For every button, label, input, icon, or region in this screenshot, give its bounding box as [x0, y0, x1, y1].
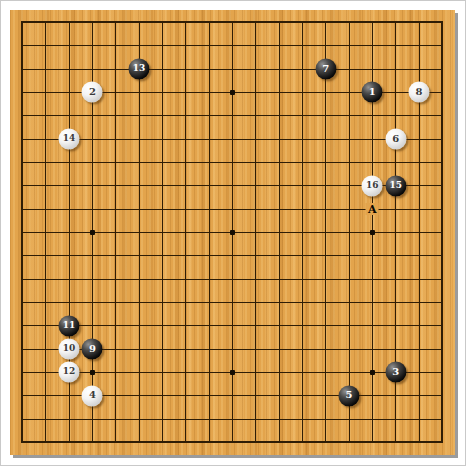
grid-line-vertical	[279, 21, 280, 443]
hoshi-point	[230, 90, 235, 95]
move-number: 16	[366, 181, 379, 190]
stone-black-7-o17: 7	[315, 59, 336, 80]
move-number: 7	[322, 64, 329, 74]
stone-black-1-q16: 1	[362, 82, 383, 103]
hoshi-point	[230, 370, 235, 375]
stone-white-12-c4: 12	[59, 362, 80, 383]
point-label-A[interactable]: A	[366, 203, 379, 215]
grid-line-vertical	[325, 21, 326, 443]
stone-black-5-p3: 5	[339, 385, 360, 406]
move-number: 2	[89, 87, 96, 97]
hoshi-point	[90, 370, 95, 375]
grid-line-horizontal	[21, 302, 443, 303]
move-number: 5	[346, 390, 353, 400]
grid-line-horizontal	[21, 325, 443, 326]
move-number: 8	[416, 87, 423, 97]
stone-white-16-q12: 16	[362, 175, 383, 196]
move-number: 13	[133, 64, 146, 73]
stone-white-4-d3: 4	[82, 385, 103, 406]
grid-line-horizontal	[21, 441, 443, 443]
grid-line-horizontal	[21, 419, 443, 420]
go-board[interactable]: A12345678910111213141516	[10, 10, 455, 455]
stone-black-15-r12: 15	[385, 175, 406, 196]
move-number: 1	[369, 87, 376, 97]
grid-line-vertical	[441, 21, 443, 443]
move-number: 11	[63, 321, 76, 330]
grid-line-horizontal	[21, 279, 443, 280]
grid-line-vertical	[349, 21, 350, 443]
grid-line-vertical	[302, 21, 303, 443]
move-number: 4	[89, 390, 96, 400]
hoshi-point	[370, 370, 375, 375]
move-number: 3	[392, 367, 399, 377]
stone-white-6-r14: 6	[385, 129, 406, 150]
stone-white-8-s16: 8	[409, 82, 430, 103]
grid-line-vertical	[255, 21, 256, 443]
hoshi-point	[90, 230, 95, 235]
move-number: 14	[63, 134, 76, 143]
stone-black-11-c6: 11	[59, 315, 80, 336]
move-number: 10	[63, 344, 76, 353]
stone-white-14-c14: 14	[59, 129, 80, 150]
grid-line-horizontal	[21, 255, 443, 256]
stone-black-9-d5: 9	[82, 339, 103, 360]
hoshi-point	[230, 230, 235, 235]
hoshi-point	[370, 230, 375, 235]
move-number: 6	[392, 134, 399, 144]
stone-white-2-d16: 2	[82, 82, 103, 103]
stone-white-10-c5: 10	[59, 339, 80, 360]
go-diagram: A12345678910111213141516	[0, 0, 466, 466]
stone-black-13-f17: 13	[129, 59, 150, 80]
move-number: 9	[89, 344, 96, 354]
move-number: 12	[63, 367, 76, 376]
stone-black-3-r4: 3	[385, 362, 406, 383]
move-number: 15	[389, 181, 402, 190]
